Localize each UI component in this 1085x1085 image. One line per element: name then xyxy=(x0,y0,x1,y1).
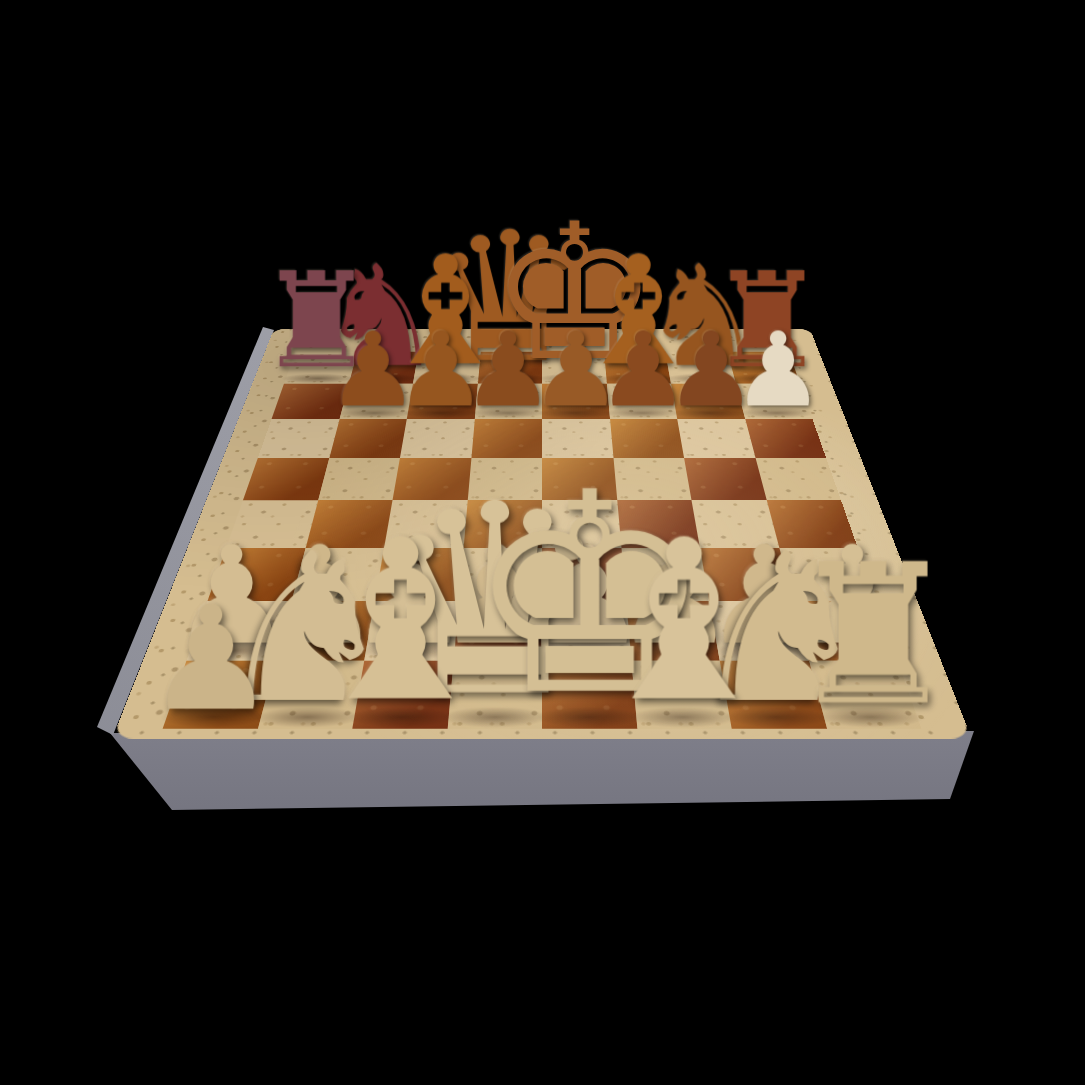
piece-light-bishop-f1: ♝ xyxy=(585,516,784,726)
perspective-stage: ♜♞♝♛♚♝♞♜♟♟♟♟♟♟♟♟♟♟♟♟♟♟♟♟♞♝♛♚♝♞♜ xyxy=(0,0,1085,1085)
piece-light-bishop-c1: ♝ xyxy=(301,516,500,726)
square-f1: ♝ xyxy=(631,661,732,729)
piece-light-pawn-h7: ♟ xyxy=(732,320,824,418)
square-c1: ♝ xyxy=(352,661,453,729)
square-a6 xyxy=(258,419,339,458)
board-slab: ♜♞♝♛♚♝♞♜♟♟♟♟♟♟♟♟♟♟♟♟♟♟♟♟♞♝♛♚♝♞♜ xyxy=(112,329,972,739)
product-photo-scene: ♜♞♝♛♚♝♞♜♟♟♟♟♟♟♟♟♟♟♟♟♟♟♟♟♞♝♛♚♝♞♜ xyxy=(0,0,1085,1085)
square-h1: ♜ xyxy=(809,661,922,729)
square-h7: ♟ xyxy=(736,384,813,419)
chessboard: ♜♞♝♛♚♝♞♜♟♟♟♟♟♟♟♟♟♟♟♟♟♟♟♟♞♝♛♚♝♞♜ xyxy=(163,352,922,729)
piece-light-rook-h1: ♜ xyxy=(787,543,960,727)
piece-light-pawn-a1: ♟ xyxy=(146,590,275,727)
square-h6 xyxy=(745,419,826,458)
square-a1: ♟ xyxy=(163,661,276,729)
